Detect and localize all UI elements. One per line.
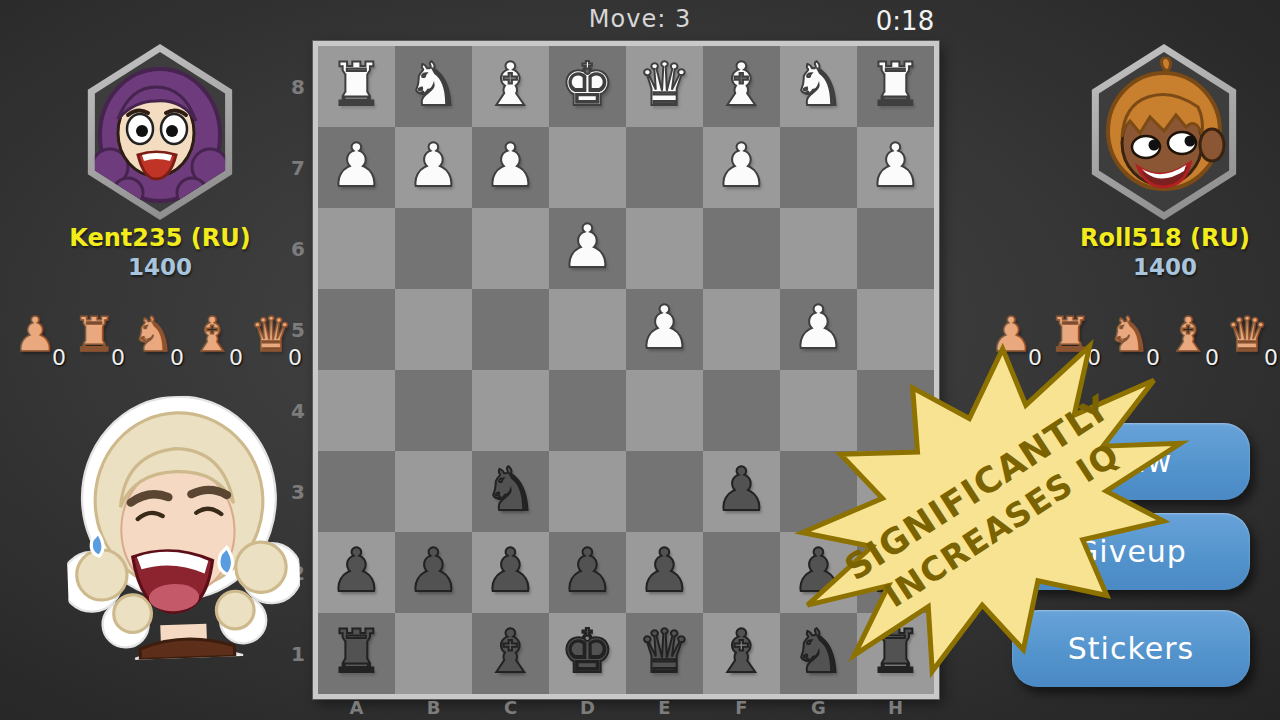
square-c4[interactable] (472, 370, 549, 451)
left-avatar-image (86, 52, 234, 212)
white-pawn[interactable]: ♟ (561, 216, 615, 276)
file-label-c: C (472, 697, 549, 718)
right-avatar-image (1090, 52, 1238, 212)
pawn-icon: ♟ (13, 310, 56, 358)
square-d7[interactable] (549, 127, 626, 208)
game-timer: 0:18 (855, 6, 955, 36)
black-rook[interactable]: ♜ (330, 621, 384, 681)
white-pawn[interactable]: ♟ (484, 135, 538, 195)
left-player-avatar (78, 44, 242, 220)
captured-knight: ♞0 (132, 306, 174, 358)
white-pawn[interactable]: ♟ (407, 135, 461, 195)
rank-label-8: 8 (286, 46, 310, 127)
file-label-a: A (318, 697, 395, 718)
square-a3[interactable] (318, 451, 395, 532)
file-label-e: E (626, 697, 703, 718)
square-a7[interactable]: ♟ (318, 127, 395, 208)
square-d1[interactable]: ♚ (549, 613, 626, 694)
rook-icon: ♜ (72, 310, 115, 358)
square-e1[interactable]: ♛ (626, 613, 703, 694)
square-f4[interactable] (703, 370, 780, 451)
captured-queen: ♛0 (250, 306, 292, 358)
square-e8[interactable]: ♛ (626, 46, 703, 127)
left-player-name: Kent235 (RU) (20, 224, 300, 252)
square-h6[interactable] (857, 208, 934, 289)
white-knight[interactable]: ♞ (792, 54, 846, 114)
captured-queen-count: 0 (1264, 345, 1278, 370)
left-player-rating: 1400 (20, 254, 300, 280)
rank-label-7: 7 (286, 127, 310, 208)
square-f5[interactable] (703, 289, 780, 370)
square-f6[interactable] (703, 208, 780, 289)
square-b4[interactable] (395, 370, 472, 451)
bishop-icon: ♝ (190, 310, 233, 358)
black-bishop[interactable]: ♝ (715, 621, 769, 681)
knight-icon: ♞ (131, 310, 174, 358)
square-g8[interactable]: ♞ (780, 46, 857, 127)
square-c6[interactable] (472, 208, 549, 289)
white-pawn[interactable]: ♟ (330, 135, 384, 195)
square-b2[interactable]: ♟ (395, 532, 472, 613)
square-b6[interactable] (395, 208, 472, 289)
captured-pawn-count: 0 (52, 345, 66, 370)
white-rook[interactable]: ♜ (330, 54, 384, 114)
square-b8[interactable]: ♞ (395, 46, 472, 127)
square-c5[interactable] (472, 289, 549, 370)
bishop-icon: ♝ (1166, 310, 1209, 358)
square-d6[interactable]: ♟ (549, 208, 626, 289)
square-c3[interactable]: ♞ (472, 451, 549, 532)
square-d3[interactable] (549, 451, 626, 532)
white-rook[interactable]: ♜ (869, 54, 923, 114)
square-c8[interactable]: ♝ (472, 46, 549, 127)
square-e5[interactable]: ♟ (626, 289, 703, 370)
white-pawn[interactable]: ♟ (638, 297, 692, 357)
square-d8[interactable]: ♚ (549, 46, 626, 127)
square-c2[interactable]: ♟ (472, 532, 549, 613)
white-king[interactable]: ♚ (561, 54, 615, 114)
white-bishop[interactable]: ♝ (484, 54, 538, 114)
square-e7[interactable] (626, 127, 703, 208)
square-g5[interactable]: ♟ (780, 289, 857, 370)
square-c7[interactable]: ♟ (472, 127, 549, 208)
square-a5[interactable] (318, 289, 395, 370)
queen-icon: ♛ (249, 310, 292, 358)
captured-bishop-count: 0 (1205, 345, 1219, 370)
captured-bishop: ♝0 (1167, 306, 1209, 358)
laughing-sticker (61, 392, 302, 662)
file-label-d: D (549, 697, 626, 718)
file-label-g: G (780, 697, 857, 718)
square-h5[interactable] (857, 289, 934, 370)
captured-bishop-count: 0 (229, 345, 243, 370)
file-label-b: B (395, 697, 472, 718)
square-a4[interactable] (318, 370, 395, 451)
white-pawn[interactable]: ♟ (792, 297, 846, 357)
queen-icon: ♛ (1225, 310, 1268, 358)
right-player-avatar (1082, 44, 1246, 220)
square-e6[interactable] (626, 208, 703, 289)
square-d4[interactable] (549, 370, 626, 451)
captured-queen: ♛0 (1226, 306, 1268, 358)
captured-rook-count: 0 (111, 345, 125, 370)
captured-knight-count: 0 (170, 345, 184, 370)
right-player-name: Roll518 (RU) (1025, 224, 1280, 252)
white-queen[interactable]: ♛ (638, 54, 692, 114)
square-h7[interactable]: ♟ (857, 127, 934, 208)
captured-rook: ♜0 (73, 306, 115, 358)
square-a1[interactable]: ♜ (318, 613, 395, 694)
white-knight[interactable]: ♞ (407, 54, 461, 114)
black-pawn[interactable]: ♟ (638, 540, 692, 600)
black-pawn[interactable]: ♟ (330, 540, 384, 600)
square-h8[interactable]: ♜ (857, 46, 934, 127)
captured-queen-count: 0 (288, 345, 302, 370)
black-pawn[interactable]: ♟ (484, 540, 538, 600)
white-pawn[interactable]: ♟ (715, 135, 769, 195)
move-counter: Move: 3 (0, 5, 1280, 33)
square-f1[interactable]: ♝ (703, 613, 780, 694)
captured-pieces-left: ♟0♜0♞0♝0♛0 (14, 306, 292, 358)
square-a2[interactable]: ♟ (318, 532, 395, 613)
square-b7[interactable]: ♟ (395, 127, 472, 208)
black-pawn[interactable]: ♟ (407, 540, 461, 600)
white-bishop[interactable]: ♝ (715, 54, 769, 114)
square-b5[interactable] (395, 289, 472, 370)
square-a8[interactable]: ♜ (318, 46, 395, 127)
captured-pawn: ♟0 (14, 306, 56, 358)
square-e4[interactable] (626, 370, 703, 451)
square-g7[interactable] (780, 127, 857, 208)
black-pawn[interactable]: ♟ (561, 540, 615, 600)
black-bishop[interactable]: ♝ (484, 621, 538, 681)
file-label-f: F (703, 697, 780, 718)
square-d2[interactable]: ♟ (549, 532, 626, 613)
square-e2[interactable]: ♟ (626, 532, 703, 613)
square-b3[interactable] (395, 451, 472, 532)
captured-bishop: ♝0 (191, 306, 233, 358)
square-d5[interactable] (549, 289, 626, 370)
square-f8[interactable]: ♝ (703, 46, 780, 127)
square-e3[interactable] (626, 451, 703, 532)
file-labels: ABCDEFGH (318, 697, 934, 718)
square-a6[interactable] (318, 208, 395, 289)
white-pawn[interactable]: ♟ (869, 135, 923, 195)
square-f7[interactable]: ♟ (703, 127, 780, 208)
black-queen[interactable]: ♛ (638, 621, 692, 681)
black-king[interactable]: ♚ (561, 621, 615, 681)
square-b1[interactable] (395, 613, 472, 694)
black-knight[interactable]: ♞ (484, 459, 538, 519)
square-c1[interactable]: ♝ (472, 613, 549, 694)
square-g6[interactable] (780, 208, 857, 289)
